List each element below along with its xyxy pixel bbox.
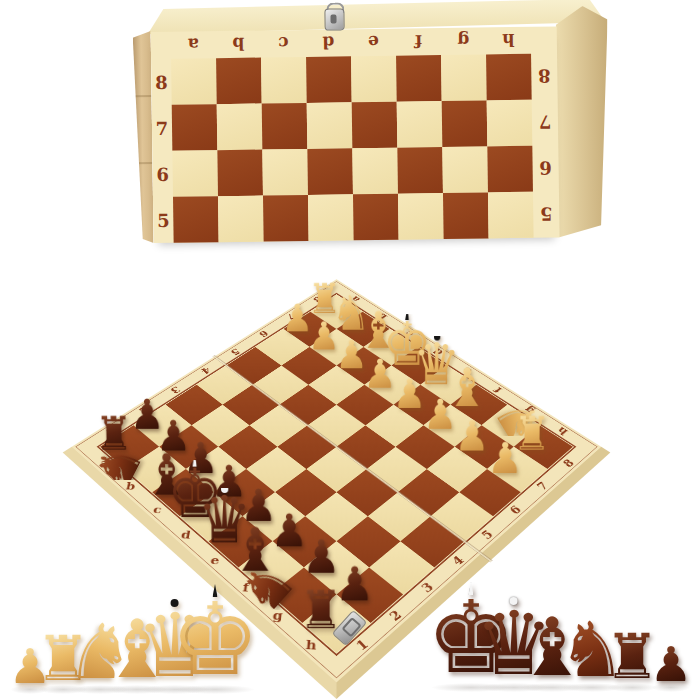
piece-light-pawn[interactable]: ♟ xyxy=(423,394,458,436)
square-d5[interactable] xyxy=(307,405,365,447)
tray-piece-dark-pawn[interactable]: ♟ xyxy=(649,640,692,688)
box-square-b6 xyxy=(217,150,263,197)
box-rank-label-left-8: 8 xyxy=(151,59,172,105)
box-rank-label-right-7: 7 xyxy=(532,99,559,145)
box-square-b8 xyxy=(216,58,262,105)
box-square-e7 xyxy=(352,102,398,149)
box-rank-labels-right: 8765 xyxy=(531,53,560,237)
box-square-b5 xyxy=(218,196,264,243)
box-square-c5 xyxy=(263,195,309,242)
box-square-f6 xyxy=(397,147,443,194)
box-file-label-a: a xyxy=(171,31,216,59)
piece-light-pawn[interactable]: ♟ xyxy=(393,373,427,414)
box-square-d5 xyxy=(308,194,354,241)
box-square-h8 xyxy=(486,54,532,101)
box-checker-grid xyxy=(171,54,534,243)
box-square-a8 xyxy=(171,58,217,105)
box-rank-label-right-6: 6 xyxy=(532,145,559,191)
box-file-label-h: h xyxy=(486,27,531,55)
piece-light-pawn[interactable]: ♟ xyxy=(363,354,396,394)
box-square-f8 xyxy=(396,55,442,102)
box-square-g6 xyxy=(442,146,488,193)
box-square-h5 xyxy=(488,192,534,239)
box-square-e8 xyxy=(351,56,397,103)
box-square-f5 xyxy=(398,193,444,240)
box-rank-labels-left: 8765 xyxy=(151,59,174,243)
box-square-f7 xyxy=(397,101,443,148)
box-rank-label-left-6: 6 xyxy=(152,151,173,197)
box-square-c7 xyxy=(262,103,308,150)
metal-clasp-icon xyxy=(317,2,349,32)
piece-light-pawn[interactable]: ♟ xyxy=(487,437,523,480)
box-file-label-b: b xyxy=(216,31,261,59)
box-square-e5 xyxy=(353,194,399,241)
box-square-a6 xyxy=(172,150,218,197)
box-rank-label-left-7: 7 xyxy=(152,105,173,151)
box-square-d7 xyxy=(307,102,353,149)
box-file-label-c: c xyxy=(261,30,306,58)
box-square-c8 xyxy=(261,57,307,104)
box-square-b7 xyxy=(217,104,263,151)
box-square-h7 xyxy=(487,100,533,147)
box-file-label-e: e xyxy=(351,29,396,57)
box-file-label-d: d xyxy=(306,29,351,57)
box-square-g8 xyxy=(441,54,487,101)
box-square-g7 xyxy=(442,100,488,147)
box-file-label-f: f xyxy=(396,28,441,56)
box-square-a7 xyxy=(172,104,218,151)
box-square-d8 xyxy=(306,56,352,103)
tray-piece-light-king[interactable]: ♚ xyxy=(170,590,260,690)
box-front-face: abcdefgh 8765 8765 xyxy=(151,26,560,243)
box-square-d6 xyxy=(307,148,353,195)
box-square-c6 xyxy=(262,149,308,196)
box-file-label-g: g xyxy=(441,27,486,55)
box-square-e6 xyxy=(352,148,398,195)
box-rank-label-right-5: 5 xyxy=(533,191,560,237)
closed-box: abcdefgh 8765 8765 xyxy=(131,0,612,249)
box-square-g5 xyxy=(443,192,489,239)
box-rank-label-left-5: 5 xyxy=(153,197,174,243)
box-side-face xyxy=(555,6,610,238)
piece-light-pawn[interactable]: ♟ xyxy=(454,415,489,457)
box-square-h6 xyxy=(487,146,533,193)
box-square-a5 xyxy=(173,196,219,243)
box-rank-label-right-8: 8 xyxy=(531,53,558,99)
